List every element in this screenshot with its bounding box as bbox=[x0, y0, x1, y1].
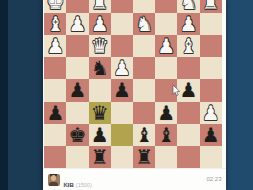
square-f1[interactable]: ♜ bbox=[89, 0, 111, 13]
black-queen-f6[interactable]: ♛ bbox=[91, 102, 109, 124]
square-f3[interactable]: ♛ bbox=[89, 35, 111, 57]
square-a6[interactable]: ♟ bbox=[200, 102, 222, 124]
square-b4[interactable] bbox=[177, 57, 199, 79]
avatar-torso bbox=[49, 182, 58, 186]
square-c3[interactable]: ♟ bbox=[155, 35, 177, 57]
bottom-player-bar: KIB(1500) ♙ 02:23 bbox=[43, 168, 226, 190]
white-pawn-b2[interactable]: ♟ bbox=[180, 13, 198, 35]
square-e8[interactable] bbox=[111, 146, 133, 168]
square-d8[interactable]: ♜ bbox=[133, 146, 155, 168]
square-e4[interactable]: ♟ bbox=[111, 57, 133, 79]
square-e1[interactable] bbox=[111, 0, 133, 13]
square-h4[interactable] bbox=[44, 57, 66, 79]
square-e2[interactable] bbox=[111, 13, 133, 35]
square-d3[interactable] bbox=[133, 35, 155, 57]
white-pawn-g2[interactable]: ♟ bbox=[69, 13, 87, 35]
square-d7[interactable]: ♝ bbox=[133, 124, 155, 146]
square-b2[interactable]: ♟ bbox=[177, 13, 199, 35]
square-d5[interactable] bbox=[133, 79, 155, 101]
square-c6[interactable]: ♟ bbox=[155, 102, 177, 124]
square-g3[interactable] bbox=[66, 35, 88, 57]
square-c7[interactable]: ♝ bbox=[155, 124, 177, 146]
square-f2[interactable]: ♟ bbox=[89, 13, 111, 35]
white-pawn-e4[interactable]: ♟ bbox=[113, 57, 131, 79]
white-pawn-a6[interactable]: ♟ bbox=[202, 102, 220, 124]
black-knight-f4[interactable]: ♞ bbox=[91, 57, 109, 79]
square-g2[interactable]: ♟ bbox=[66, 13, 88, 35]
square-g7[interactable]: ♚ bbox=[66, 124, 88, 146]
white-bishop-b3[interactable]: ♝ bbox=[180, 35, 198, 57]
square-h1[interactable]: ♚ bbox=[44, 0, 66, 13]
square-g6[interactable] bbox=[66, 102, 88, 124]
square-f6[interactable]: ♛ bbox=[89, 102, 111, 124]
square-a8[interactable] bbox=[200, 146, 222, 168]
square-b6[interactable] bbox=[177, 102, 199, 124]
black-king-g7[interactable]: ♚ bbox=[69, 124, 87, 146]
square-h8[interactable] bbox=[44, 146, 66, 168]
square-b8[interactable] bbox=[177, 146, 199, 168]
square-d6[interactable] bbox=[133, 102, 155, 124]
square-c8[interactable] bbox=[155, 146, 177, 168]
white-pawn-c3[interactable]: ♟ bbox=[157, 35, 175, 57]
chess-board[interactable]: ♚♜♞♜♝♟♟♞♟♟♛♟♝♞♟♟♟♟♟♛♟♟♚♟♝♝♟♜♜ bbox=[44, 0, 222, 168]
square-h6[interactable]: ♟ bbox=[44, 102, 66, 124]
screen: ♚♜♞♜♝♟♟♞♟♟♛♟♝♞♟♟♟♟♟♛♟♟♚♟♝♝♟♜♜ KIB(1500) … bbox=[0, 0, 253, 190]
black-rook-f8[interactable]: ♜ bbox=[91, 146, 109, 168]
square-d1[interactable] bbox=[133, 0, 155, 13]
chess-app-window: ♚♜♞♜♝♟♟♞♟♟♛♟♝♞♟♟♟♟♟♛♟♟♚♟♝♝♟♜♜ KIB(1500) … bbox=[43, 0, 226, 190]
square-e5[interactable]: ♟ bbox=[111, 79, 133, 101]
square-h3[interactable]: ♟ bbox=[44, 35, 66, 57]
white-king-h1[interactable]: ♚ bbox=[46, 0, 64, 13]
avatar[interactable] bbox=[48, 174, 60, 186]
square-a7[interactable]: ♟ bbox=[200, 124, 222, 146]
white-rook-f1[interactable]: ♜ bbox=[91, 0, 109, 13]
square-c2[interactable] bbox=[155, 13, 177, 35]
square-e7[interactable] bbox=[111, 124, 133, 146]
black-pawn-a7[interactable]: ♟ bbox=[202, 124, 220, 146]
square-f4[interactable]: ♞ bbox=[89, 57, 111, 79]
page-background-right bbox=[225, 0, 253, 190]
square-d4[interactable] bbox=[133, 57, 155, 79]
square-b3[interactable]: ♝ bbox=[177, 35, 199, 57]
square-e3[interactable] bbox=[111, 35, 133, 57]
black-bishop-c7[interactable]: ♝ bbox=[157, 124, 175, 146]
square-f5[interactable] bbox=[89, 79, 111, 101]
square-b1[interactable]: ♞ bbox=[177, 0, 199, 13]
black-pawn-f7[interactable]: ♟ bbox=[91, 124, 109, 146]
square-h7[interactable] bbox=[44, 124, 66, 146]
square-g8[interactable] bbox=[66, 146, 88, 168]
black-pawn-c6[interactable]: ♟ bbox=[157, 102, 175, 124]
captured-pieces: ♙ bbox=[64, 181, 70, 187]
black-bishop-d7[interactable]: ♝ bbox=[135, 124, 153, 146]
black-pawn-g5[interactable]: ♟ bbox=[69, 79, 87, 101]
square-a4[interactable] bbox=[200, 57, 222, 79]
square-b7[interactable] bbox=[177, 124, 199, 146]
white-rook-a1[interactable]: ♜ bbox=[202, 0, 220, 13]
square-c4[interactable] bbox=[155, 57, 177, 79]
white-knight-d2[interactable]: ♞ bbox=[135, 13, 153, 35]
player-clock: 02:23 bbox=[206, 176, 221, 182]
black-pawn-e5[interactable]: ♟ bbox=[113, 79, 131, 101]
square-e6[interactable] bbox=[111, 102, 133, 124]
board-viewport: ♚♜♞♜♝♟♟♞♟♟♛♟♝♞♟♟♟♟♟♛♟♟♚♟♝♝♟♜♜ bbox=[44, 0, 222, 168]
white-bishop-h2[interactable]: ♝ bbox=[46, 13, 64, 35]
square-c1[interactable] bbox=[155, 0, 177, 13]
square-a1[interactable]: ♜ bbox=[200, 0, 222, 13]
square-g4[interactable] bbox=[66, 57, 88, 79]
square-f7[interactable]: ♟ bbox=[89, 124, 111, 146]
square-a5[interactable] bbox=[200, 79, 222, 101]
black-pawn-b5[interactable]: ♟ bbox=[180, 79, 198, 101]
square-f8[interactable]: ♜ bbox=[89, 146, 111, 168]
square-a2[interactable] bbox=[200, 13, 222, 35]
mouse-cursor-icon bbox=[172, 85, 181, 97]
black-pawn-h6[interactable]: ♟ bbox=[46, 102, 64, 124]
square-h2[interactable]: ♝ bbox=[44, 13, 66, 35]
page-background-left-edge bbox=[0, 0, 8, 190]
square-h5[interactable] bbox=[44, 79, 66, 101]
black-rook-d8[interactable]: ♜ bbox=[135, 146, 153, 168]
square-d2[interactable]: ♞ bbox=[133, 13, 155, 35]
square-g5[interactable]: ♟ bbox=[66, 79, 88, 101]
avatar-head bbox=[51, 175, 56, 181]
white-pawn-h3[interactable]: ♟ bbox=[46, 35, 64, 57]
white-queen-f3[interactable]: ♛ bbox=[91, 35, 109, 57]
white-knight-b1[interactable]: ♞ bbox=[180, 0, 198, 13]
square-a3[interactable] bbox=[200, 35, 222, 57]
player-rating: (1500) bbox=[76, 182, 92, 188]
square-g1[interactable] bbox=[66, 0, 88, 13]
white-pawn-f2[interactable]: ♟ bbox=[91, 13, 109, 35]
